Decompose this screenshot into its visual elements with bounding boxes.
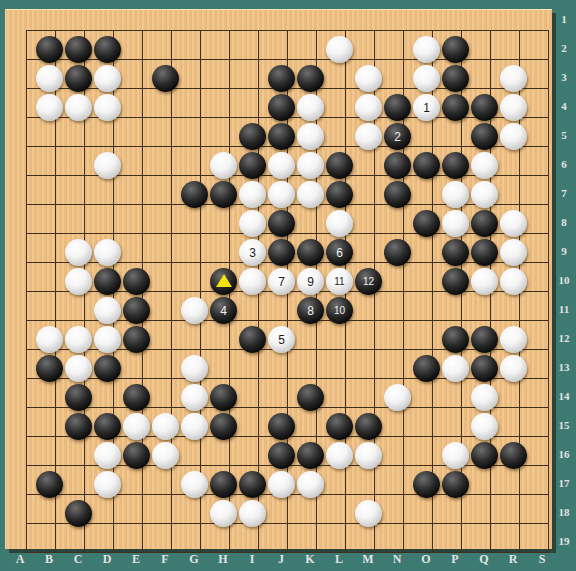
stone-white-O4[interactable]: 1 [413, 94, 440, 121]
stone-white-R3[interactable] [500, 65, 527, 92]
row-label-13: 13 [553, 361, 575, 373]
column-label-R: R [503, 552, 523, 567]
stone-black-D13[interactable] [94, 355, 121, 382]
stone-white-Q7[interactable] [471, 181, 498, 208]
move-number-label: 10 [334, 306, 345, 316]
stone-black-Q12[interactable] [471, 326, 498, 353]
row-label-3: 3 [553, 71, 575, 83]
move-number-label: 12 [363, 277, 374, 287]
stone-white-C13[interactable] [65, 355, 92, 382]
row-label-11: 11 [553, 303, 575, 315]
stone-black-R16[interactable] [500, 442, 527, 469]
stone-black-C15[interactable] [65, 413, 92, 440]
stone-black-E16[interactable] [123, 442, 150, 469]
stone-black-I6[interactable] [239, 152, 266, 179]
stone-black-E10[interactable] [123, 268, 150, 295]
stone-black-H10[interactable] [210, 268, 237, 295]
stone-black-N5[interactable]: 2 [384, 123, 411, 150]
stone-white-E15[interactable] [123, 413, 150, 440]
stone-white-B4[interactable] [36, 94, 63, 121]
stone-black-J15[interactable] [268, 413, 295, 440]
stone-white-L10[interactable]: 11 [326, 268, 353, 295]
stone-white-C10[interactable] [65, 268, 92, 295]
stone-black-P9[interactable] [442, 239, 469, 266]
stone-black-C14[interactable] [65, 384, 92, 411]
stone-white-O3[interactable] [413, 65, 440, 92]
stone-white-C4[interactable] [65, 94, 92, 121]
stone-black-J5[interactable] [268, 123, 295, 150]
row-label-12: 12 [553, 332, 575, 344]
stone-black-O17[interactable] [413, 471, 440, 498]
stone-white-R5[interactable] [500, 123, 527, 150]
go-game-view: 123679111248105 ABCDEFGHIJKLMNOPQRS12345… [0, 0, 576, 571]
stone-white-M4[interactable] [355, 94, 382, 121]
stone-black-K9[interactable] [297, 239, 324, 266]
stone-black-P2[interactable] [442, 36, 469, 63]
stone-white-D6[interactable] [94, 152, 121, 179]
stone-black-J9[interactable] [268, 239, 295, 266]
stone-black-K11[interactable]: 8 [297, 297, 324, 324]
row-label-10: 10 [553, 274, 575, 286]
stone-white-K6[interactable] [297, 152, 324, 179]
stone-black-H11[interactable]: 4 [210, 297, 237, 324]
stone-black-D2[interactable] [94, 36, 121, 63]
stone-white-F16[interactable] [152, 442, 179, 469]
row-label-7: 7 [553, 187, 575, 199]
column-label-Q: Q [474, 552, 494, 567]
stone-white-K17[interactable] [297, 471, 324, 498]
stone-black-H15[interactable] [210, 413, 237, 440]
stone-white-D9[interactable] [94, 239, 121, 266]
stone-white-I7[interactable] [239, 181, 266, 208]
stone-black-Q4[interactable] [471, 94, 498, 121]
row-label-14: 14 [553, 390, 575, 402]
stone-white-K5[interactable] [297, 123, 324, 150]
stone-black-H14[interactable] [210, 384, 237, 411]
stone-black-J4[interactable] [268, 94, 295, 121]
stone-black-P10[interactable] [442, 268, 469, 295]
column-label-O: O [416, 552, 436, 567]
stone-black-K14[interactable] [297, 384, 324, 411]
stone-white-I18[interactable] [239, 500, 266, 527]
stone-black-O6[interactable] [413, 152, 440, 179]
column-label-J: J [271, 552, 291, 567]
stone-white-Q10[interactable] [471, 268, 498, 295]
stone-white-J12[interactable]: 5 [268, 326, 295, 353]
stone-white-M5[interactable] [355, 123, 382, 150]
stone-black-E14[interactable] [123, 384, 150, 411]
stone-white-D3[interactable] [94, 65, 121, 92]
stone-white-Q15[interactable] [471, 413, 498, 440]
stone-black-L15[interactable] [326, 413, 353, 440]
stone-white-R9[interactable] [500, 239, 527, 266]
stone-black-N4[interactable] [384, 94, 411, 121]
stone-white-R13[interactable] [500, 355, 527, 382]
stone-black-O8[interactable] [413, 210, 440, 237]
stone-black-M10[interactable]: 12 [355, 268, 382, 295]
column-label-A: A [10, 552, 30, 567]
stone-black-L9[interactable]: 6 [326, 239, 353, 266]
stone-white-G14[interactable] [181, 384, 208, 411]
stone-white-G17[interactable] [181, 471, 208, 498]
stone-black-Q5[interactable] [471, 123, 498, 150]
stone-white-G15[interactable] [181, 413, 208, 440]
stone-black-L7[interactable] [326, 181, 353, 208]
column-label-S: S [532, 552, 552, 567]
move-number-label: 3 [249, 247, 256, 259]
column-label-E: E [126, 552, 146, 567]
stone-black-P4[interactable] [442, 94, 469, 121]
row-label-18: 18 [553, 506, 575, 518]
stone-white-P7[interactable] [442, 181, 469, 208]
stone-white-N14[interactable] [384, 384, 411, 411]
row-label-2: 2 [553, 42, 575, 54]
column-label-F: F [155, 552, 175, 567]
row-label-19: 19 [553, 535, 575, 547]
column-label-D: D [97, 552, 117, 567]
stone-white-H18[interactable] [210, 500, 237, 527]
stone-white-L8[interactable] [326, 210, 353, 237]
stone-black-B17[interactable] [36, 471, 63, 498]
stone-black-G7[interactable] [181, 181, 208, 208]
move-number-label: 8 [307, 305, 314, 317]
column-label-H: H [213, 552, 233, 567]
stone-black-I5[interactable] [239, 123, 266, 150]
stone-black-C2[interactable] [65, 36, 92, 63]
row-label-6: 6 [553, 158, 575, 170]
stone-white-P13[interactable] [442, 355, 469, 382]
stone-white-D12[interactable] [94, 326, 121, 353]
stone-white-F15[interactable] [152, 413, 179, 440]
column-label-G: G [184, 552, 204, 567]
stone-black-Q9[interactable] [471, 239, 498, 266]
stone-white-H6[interactable] [210, 152, 237, 179]
stone-white-D11[interactable] [94, 297, 121, 324]
stone-white-C12[interactable] [65, 326, 92, 353]
move-number-label: 7 [278, 276, 285, 288]
stone-black-J16[interactable] [268, 442, 295, 469]
column-label-L: L [329, 552, 349, 567]
move-number-label: 4 [220, 305, 227, 317]
stone-black-F3[interactable] [152, 65, 179, 92]
stone-black-B13[interactable] [36, 355, 63, 382]
stone-white-K4[interactable] [297, 94, 324, 121]
stone-white-O2[interactable] [413, 36, 440, 63]
stone-white-C9[interactable] [65, 239, 92, 266]
stone-black-D15[interactable] [94, 413, 121, 440]
stone-white-I9[interactable]: 3 [239, 239, 266, 266]
stone-white-J10[interactable]: 7 [268, 268, 295, 295]
move-number-label: 11 [334, 277, 344, 287]
stone-black-Q8[interactable] [471, 210, 498, 237]
stone-black-J8[interactable] [268, 210, 295, 237]
stone-white-I10[interactable] [239, 268, 266, 295]
stone-black-N7[interactable] [384, 181, 411, 208]
stone-white-D4[interactable] [94, 94, 121, 121]
stone-white-J7[interactable] [268, 181, 295, 208]
stone-black-L6[interactable] [326, 152, 353, 179]
stone-black-L11[interactable]: 10 [326, 297, 353, 324]
stone-white-Q14[interactable] [471, 384, 498, 411]
stone-white-J6[interactable] [268, 152, 295, 179]
stone-black-B2[interactable] [36, 36, 63, 63]
move-number-label: 6 [336, 247, 343, 259]
column-label-K: K [300, 552, 320, 567]
stone-black-Q13[interactable] [471, 355, 498, 382]
stone-black-K16[interactable] [297, 442, 324, 469]
column-label-M: M [358, 552, 378, 567]
stone-white-K10[interactable]: 9 [297, 268, 324, 295]
stone-white-L16[interactable] [326, 442, 353, 469]
column-label-P: P [445, 552, 465, 567]
row-label-9: 9 [553, 245, 575, 257]
stone-black-O13[interactable] [413, 355, 440, 382]
stone-white-R4[interactable] [500, 94, 527, 121]
stone-white-G11[interactable] [181, 297, 208, 324]
stone-black-H7[interactable] [210, 181, 237, 208]
stone-black-I12[interactable] [239, 326, 266, 353]
stone-white-R8[interactable] [500, 210, 527, 237]
stone-black-C18[interactable] [65, 500, 92, 527]
stone-white-M3[interactable] [355, 65, 382, 92]
move-number-label: 1 [423, 102, 430, 114]
column-label-B: B [39, 552, 59, 567]
stone-black-E12[interactable] [123, 326, 150, 353]
stone-black-C3[interactable] [65, 65, 92, 92]
stone-black-D10[interactable] [94, 268, 121, 295]
stone-black-P6[interactable] [442, 152, 469, 179]
stone-black-M15[interactable] [355, 413, 382, 440]
triangle-marker-icon [216, 274, 232, 287]
move-number-label: 9 [307, 276, 314, 288]
stone-black-N6[interactable] [384, 152, 411, 179]
stone-black-P17[interactable] [442, 471, 469, 498]
stone-white-B12[interactable] [36, 326, 63, 353]
stone-black-Q16[interactable] [471, 442, 498, 469]
stone-white-D16[interactable] [94, 442, 121, 469]
stone-white-K7[interactable] [297, 181, 324, 208]
stone-white-P8[interactable] [442, 210, 469, 237]
row-label-15: 15 [553, 419, 575, 431]
stone-white-R12[interactable] [500, 326, 527, 353]
stone-black-P12[interactable] [442, 326, 469, 353]
column-label-C: C [68, 552, 88, 567]
row-label-16: 16 [553, 448, 575, 460]
stone-black-N9[interactable] [384, 239, 411, 266]
stone-black-H17[interactable] [210, 471, 237, 498]
stone-white-M16[interactable] [355, 442, 382, 469]
column-label-I: I [242, 552, 262, 567]
stone-white-I8[interactable] [239, 210, 266, 237]
stone-black-P3[interactable] [442, 65, 469, 92]
stone-black-J3[interactable] [268, 65, 295, 92]
row-label-4: 4 [553, 100, 575, 112]
stone-white-M18[interactable] [355, 500, 382, 527]
stone-white-L2[interactable] [326, 36, 353, 63]
stone-black-E11[interactable] [123, 297, 150, 324]
stone-white-G13[interactable] [181, 355, 208, 382]
stone-white-D17[interactable] [94, 471, 121, 498]
stone-white-R10[interactable] [500, 268, 527, 295]
row-label-17: 17 [553, 477, 575, 489]
move-number-label: 5 [278, 334, 285, 346]
stone-white-B3[interactable] [36, 65, 63, 92]
column-label-N: N [387, 552, 407, 567]
stone-white-Q6[interactable] [471, 152, 498, 179]
stone-white-J17[interactable] [268, 471, 295, 498]
stone-black-K3[interactable] [297, 65, 324, 92]
row-label-8: 8 [553, 216, 575, 228]
row-label-5: 5 [553, 129, 575, 141]
stone-black-I17[interactable] [239, 471, 266, 498]
move-number-label: 2 [394, 131, 401, 143]
row-label-1: 1 [553, 13, 575, 25]
stone-white-P16[interactable] [442, 442, 469, 469]
